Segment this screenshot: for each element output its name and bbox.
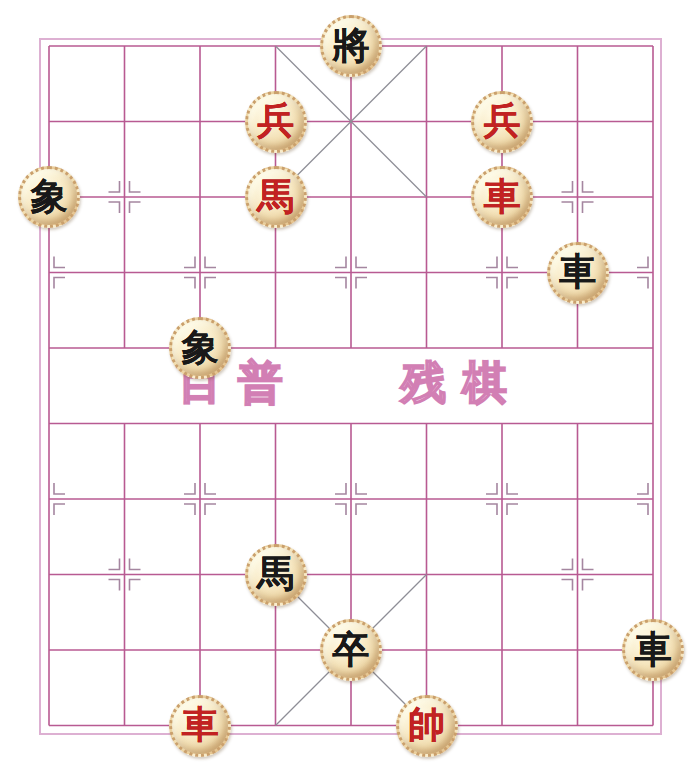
xiangqi-board[interactable]: 百普 残棋 將兵兵象馬車車象馬卒車車帥 [0,0,700,776]
pieces-layer: 將兵兵象馬車車象馬卒車車帥 [0,0,700,776]
piece-red-general[interactable]: 帥 [396,695,458,757]
piece-character: 馬 [257,178,294,215]
piece-character: 帥 [408,706,445,743]
piece-black-chariot-lower[interactable]: 車 [622,619,684,681]
piece-character: 將 [333,27,370,64]
piece-character: 馬 [257,555,294,592]
piece-red-soldier-right[interactable]: 兵 [471,91,533,153]
piece-black-general[interactable]: 將 [320,15,382,77]
piece-black-elephant-river[interactable]: 象 [169,317,231,379]
piece-red-soldier-left[interactable]: 兵 [245,91,307,153]
piece-character: 車 [635,631,672,668]
piece-black-chariot-upper[interactable]: 車 [547,242,609,304]
piece-black-elephant-edge[interactable]: 象 [18,166,80,228]
piece-character: 車 [484,178,521,215]
piece-character: 車 [559,253,596,290]
piece-black-soldier[interactable]: 卒 [320,619,382,681]
piece-red-chariot-top[interactable]: 車 [471,166,533,228]
piece-red-chariot-bottom[interactable]: 車 [169,695,231,757]
piece-character: 卒 [333,631,370,668]
piece-red-horse[interactable]: 馬 [245,166,307,228]
piece-character: 象 [31,178,68,215]
piece-character: 兵 [484,102,521,139]
piece-character: 兵 [257,102,294,139]
piece-black-horse[interactable]: 馬 [245,544,307,606]
piece-character: 象 [182,329,219,366]
piece-character: 車 [182,706,219,743]
